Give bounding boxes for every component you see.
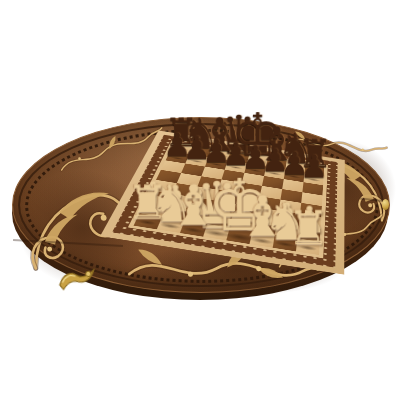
piece-black-knight-b8: ♞ xyxy=(163,115,237,153)
square-d8 xyxy=(228,152,250,164)
piece-shadow xyxy=(307,178,320,183)
piece-black-pawn-h7: ♟ xyxy=(276,152,351,181)
piece-black-pawn-b7: ♟ xyxy=(159,133,234,162)
piece-black-pawn-a7: ♟ xyxy=(139,130,214,159)
brass-hinge-pin xyxy=(382,199,389,210)
piece-shadow xyxy=(227,155,250,162)
board-wrap: ♜♞♝♛♚♝♞♜♟♟♟♟♟♟♟♟♟♟♟♟♟♟♟♟♜♞♝♛♚♝♞♜ xyxy=(117,71,362,316)
piece-shadow xyxy=(286,164,304,170)
piece-shadow xyxy=(191,149,210,155)
piece-shadow xyxy=(287,174,301,179)
piece-black-knight-g8: ♞ xyxy=(259,130,333,168)
chessboard: ♜♞♝♛♚♝♞♜♟♟♟♟♟♟♟♟♟♟♟♟♟♟♟♟♜♞♝♛♚♝♞♜ xyxy=(100,131,345,275)
board-scene: ♜♞♝♛♚♝♞♜♟♟♟♟♟♟♟♟♟♟♟♟♟♟♟♟♜♞♝♛♚♝♞♜ xyxy=(0,0,400,400)
piece-black-bishop-f8: ♝ xyxy=(239,124,313,165)
piece-black-queen-d8: ♛ xyxy=(201,111,275,159)
piece-black-bishop-c8: ♝ xyxy=(182,115,256,156)
piece-shadow xyxy=(170,156,184,160)
square-a8 xyxy=(170,143,193,155)
piece-black-pawn-c7: ♟ xyxy=(178,136,253,165)
square-h8 xyxy=(305,164,325,176)
square-b7 xyxy=(185,154,208,166)
piece-shadow xyxy=(209,152,229,158)
piece-shadow xyxy=(306,168,322,173)
square-c8 xyxy=(208,149,230,161)
piece-black-rook-h8: ♜ xyxy=(278,137,352,172)
square-a7 xyxy=(166,151,190,163)
piece-black-king-e8: ♚ xyxy=(220,109,294,162)
piece-black-rook-a8: ♜ xyxy=(144,115,218,150)
square-a6 xyxy=(161,160,185,173)
piece-shadow xyxy=(190,159,204,163)
piece-white-bishop-f1: ♝ xyxy=(218,192,307,242)
square-g7 xyxy=(284,170,305,183)
square-b8 xyxy=(189,146,212,158)
square-h7 xyxy=(303,173,323,186)
piece-shadow xyxy=(173,147,190,152)
square-g8 xyxy=(285,161,305,173)
chess-box-photo: ♜♞♝♛♚♝♞♜♟♟♟♟♟♟♟♟♟♟♟♟♟♟♟♟♜♞♝♛♚♝♞♜ xyxy=(0,0,400,400)
